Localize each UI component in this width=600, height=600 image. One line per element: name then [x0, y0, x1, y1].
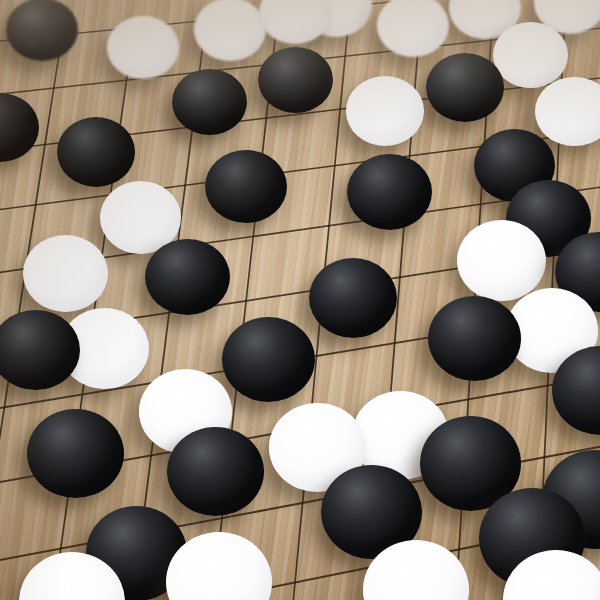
go-stone-black[interactable]	[309, 258, 398, 339]
go-stone-white[interactable]	[107, 16, 179, 79]
go-stone-black[interactable]	[347, 154, 432, 231]
go-stone-black[interactable]	[222, 317, 315, 402]
go-stone-black[interactable]	[145, 239, 230, 316]
go-stone-white[interactable]	[535, 77, 600, 147]
go-stone-black[interactable]	[57, 117, 135, 187]
go-stone-white[interactable]	[194, 0, 266, 61]
go-board-photo	[0, 0, 600, 600]
go-stone-black[interactable]	[27, 409, 124, 498]
go-stone-white[interactable]	[377, 0, 449, 57]
go-stone-white[interactable]	[346, 76, 424, 146]
go-stone-black[interactable]	[167, 427, 264, 516]
go-stone-black[interactable]	[6, 0, 78, 61]
go-stone-white[interactable]	[23, 235, 108, 312]
go-stone-black[interactable]	[172, 69, 247, 135]
go-stone-white[interactable]	[457, 220, 546, 301]
go-stone-black[interactable]	[426, 53, 504, 123]
go-stone-black[interactable]	[0, 310, 80, 391]
go-stone-black[interactable]	[0, 93, 39, 163]
go-stone-black[interactable]	[258, 47, 333, 113]
go-stone-white[interactable]	[493, 22, 568, 88]
go-stone-black[interactable]	[428, 296, 521, 381]
go-stone-white[interactable]	[259, 0, 331, 44]
go-stone-black[interactable]	[205, 150, 286, 223]
stones-layer	[0, 0, 600, 600]
